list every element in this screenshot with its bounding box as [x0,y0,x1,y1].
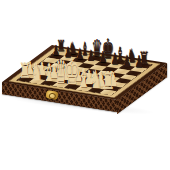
piece-black-pawn-g7: ♟ [123,53,132,69]
piece-black-pawn-f7: ♟ [111,52,119,68]
piece-white-rook-a1: ♜ [19,60,32,81]
piece-white-bishop-f1: ♝ [78,66,90,91]
chess-set-photo: ♜♞♝♛♚♝♞♜♟♟♟♟♟♟♟♟♟♟♟♟♟♟♟♟♜♞♝♛♚♝♞♜ [0,0,170,170]
piece-black-pawn-h7: ♟ [134,55,143,71]
piece-white-rook-h1: ♜ [101,71,115,95]
piece-black-pawn-e7: ♟ [99,50,107,65]
piece-white-knight-b1: ♞ [31,61,42,84]
piece-white-bishop-c1: ♝ [43,61,54,85]
brass-latch-icon [45,90,58,100]
piece-black-pawn-d7: ♟ [87,49,95,64]
